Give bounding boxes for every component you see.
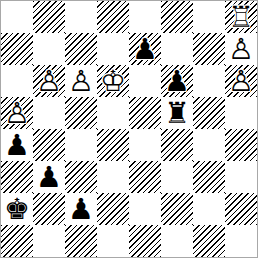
piece-glyph: ♙ — [225, 33, 257, 65]
chess-board: ♜♖♟♟♙♟♙♟♙♚♔♟♟♙♟♙♜♟♟♚♟ — [1, 1, 257, 257]
black-king-a2: ♚ — [1, 193, 33, 225]
piece-glyph: ♚ — [1, 193, 33, 225]
square-a8[interactable] — [1, 1, 33, 33]
square-h7[interactable]: ♟♙ — [225, 33, 257, 65]
square-d2[interactable] — [97, 193, 129, 225]
square-c1[interactable] — [65, 225, 97, 257]
square-g8[interactable] — [193, 1, 225, 33]
square-e7[interactable]: ♟ — [129, 33, 161, 65]
piece-glyph: ♙ — [1, 97, 33, 129]
square-h1[interactable] — [225, 225, 257, 257]
square-c3[interactable] — [65, 161, 97, 193]
square-e5[interactable] — [129, 97, 161, 129]
board-frame: ♜♖♟♟♙♟♙♟♙♚♔♟♟♙♟♙♜♟♟♚♟ — [0, 0, 258, 258]
square-d6[interactable]: ♚♔ — [97, 65, 129, 97]
square-e3[interactable] — [129, 161, 161, 193]
square-g6[interactable] — [193, 65, 225, 97]
black-pawn-b3: ♟ — [33, 161, 65, 193]
square-b3[interactable]: ♟ — [33, 161, 65, 193]
square-a1[interactable] — [1, 225, 33, 257]
square-d7[interactable] — [97, 33, 129, 65]
square-d1[interactable] — [97, 225, 129, 257]
square-b2[interactable] — [33, 193, 65, 225]
square-a6[interactable] — [1, 65, 33, 97]
square-e4[interactable] — [129, 129, 161, 161]
white-pawn-c6: ♟♙ — [65, 65, 97, 97]
square-a3[interactable] — [1, 161, 33, 193]
square-g7[interactable] — [193, 33, 225, 65]
white-rook-h8: ♜♖ — [225, 1, 257, 33]
square-g5[interactable] — [193, 97, 225, 129]
square-h5[interactable] — [225, 97, 257, 129]
white-pawn-h6: ♟♙ — [225, 65, 257, 97]
square-f3[interactable] — [161, 161, 193, 193]
square-a2[interactable]: ♚ — [1, 193, 33, 225]
square-f7[interactable] — [161, 33, 193, 65]
square-b7[interactable] — [33, 33, 65, 65]
square-g2[interactable] — [193, 193, 225, 225]
square-d8[interactable] — [97, 1, 129, 33]
white-pawn-b6: ♟♙ — [33, 65, 65, 97]
square-e1[interactable] — [129, 225, 161, 257]
square-f4[interactable] — [161, 129, 193, 161]
square-c8[interactable] — [65, 1, 97, 33]
square-d4[interactable] — [97, 129, 129, 161]
square-b8[interactable] — [33, 1, 65, 33]
square-a5[interactable]: ♟♙ — [1, 97, 33, 129]
square-b5[interactable] — [33, 97, 65, 129]
square-d5[interactable] — [97, 97, 129, 129]
square-c2[interactable]: ♟ — [65, 193, 97, 225]
square-e2[interactable] — [129, 193, 161, 225]
square-g3[interactable] — [193, 161, 225, 193]
square-f1[interactable] — [161, 225, 193, 257]
black-pawn-e7: ♟ — [129, 33, 161, 65]
square-b1[interactable] — [33, 225, 65, 257]
black-pawn-a4: ♟ — [1, 129, 33, 161]
square-e8[interactable] — [129, 1, 161, 33]
piece-glyph: ♙ — [225, 65, 257, 97]
square-a4[interactable]: ♟ — [1, 129, 33, 161]
square-d3[interactable] — [97, 161, 129, 193]
piece-glyph: ♙ — [33, 65, 65, 97]
white-pawn-h7: ♟♙ — [225, 33, 257, 65]
square-a7[interactable] — [1, 33, 33, 65]
black-rook-f5: ♜ — [161, 97, 193, 129]
square-g4[interactable] — [193, 129, 225, 161]
square-g1[interactable] — [193, 225, 225, 257]
square-h3[interactable] — [225, 161, 257, 193]
black-pawn-f6: ♟ — [161, 65, 193, 97]
square-h8[interactable]: ♜♖ — [225, 1, 257, 33]
piece-glyph: ♔ — [97, 65, 129, 97]
square-f2[interactable] — [161, 193, 193, 225]
piece-glyph: ♟ — [1, 129, 33, 161]
square-e6[interactable] — [129, 65, 161, 97]
square-b6[interactable]: ♟♙ — [33, 65, 65, 97]
piece-glyph: ♟ — [65, 193, 97, 225]
square-f5[interactable]: ♜ — [161, 97, 193, 129]
piece-glyph: ♟ — [33, 161, 65, 193]
square-c6[interactable]: ♟♙ — [65, 65, 97, 97]
white-king-d6: ♚♔ — [97, 65, 129, 97]
square-h4[interactable] — [225, 129, 257, 161]
piece-glyph: ♖ — [225, 1, 257, 33]
square-h2[interactable] — [225, 193, 257, 225]
piece-glyph: ♟ — [129, 33, 161, 65]
piece-glyph: ♙ — [65, 65, 97, 97]
square-h6[interactable]: ♟♙ — [225, 65, 257, 97]
piece-glyph: ♜ — [161, 97, 193, 129]
square-c4[interactable] — [65, 129, 97, 161]
square-c5[interactable] — [65, 97, 97, 129]
square-f6[interactable]: ♟ — [161, 65, 193, 97]
black-pawn-c2: ♟ — [65, 193, 97, 225]
square-c7[interactable] — [65, 33, 97, 65]
white-pawn-a5: ♟♙ — [1, 97, 33, 129]
square-f8[interactable] — [161, 1, 193, 33]
square-b4[interactable] — [33, 129, 65, 161]
piece-glyph: ♟ — [161, 65, 193, 97]
